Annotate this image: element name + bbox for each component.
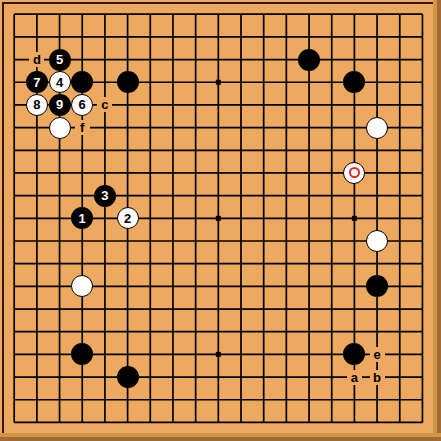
black-stone: [117, 71, 139, 93]
white-stone: [49, 117, 71, 139]
black-stone: 3: [94, 185, 116, 207]
black-stone: 9: [49, 94, 71, 116]
move-number: 4: [56, 76, 63, 89]
star-point: [216, 352, 221, 357]
move-number: 1: [79, 212, 86, 225]
black-stone: [298, 49, 320, 71]
white-stone: 6: [71, 94, 93, 116]
star-point: [216, 80, 221, 85]
move-number: 9: [56, 98, 63, 111]
circle-marker: [349, 167, 360, 178]
point-label-a: a: [347, 370, 362, 385]
point-label-f: f: [75, 120, 90, 135]
go-board: abcdef574896312: [0, 0, 441, 441]
point-label-e: e: [370, 347, 385, 362]
move-number: 6: [79, 98, 86, 111]
black-stone: 7: [26, 71, 48, 93]
black-stone: [117, 366, 139, 388]
point-label-d: d: [29, 52, 44, 67]
white-stone: [366, 117, 388, 139]
move-number: 8: [33, 98, 40, 111]
star-point: [352, 216, 357, 221]
white-stone: 8: [26, 94, 48, 116]
white-stone: [366, 230, 388, 252]
white-stone: 2: [117, 207, 139, 229]
point-label-c: c: [97, 97, 112, 112]
move-number: 2: [124, 212, 131, 225]
white-stone: 4: [49, 71, 71, 93]
move-number: 7: [33, 76, 40, 89]
move-number: 3: [101, 189, 108, 202]
move-number: 5: [56, 53, 63, 66]
black-stone: 5: [49, 49, 71, 71]
star-point: [216, 216, 221, 221]
point-label-b: b: [370, 370, 385, 385]
